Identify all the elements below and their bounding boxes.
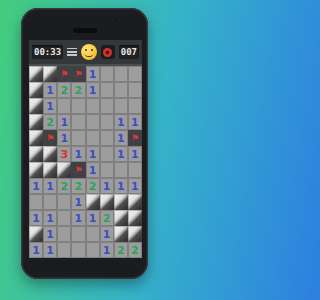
cell-r11c1[interactable] (29, 226, 43, 242)
cell-r9c2[interactable] (43, 194, 57, 210)
cell-r9c1[interactable] (29, 194, 43, 210)
cell-r5c2[interactable]: ⚑ (43, 130, 57, 146)
cell-r7c4[interactable]: ⚑ (71, 162, 85, 178)
cell-r4c2[interactable]: 2 (43, 114, 57, 130)
cell-r6c8[interactable]: 1 (128, 146, 142, 162)
cell-r1c7[interactable] (114, 66, 128, 82)
cell-r2c6[interactable] (100, 82, 114, 98)
cell-r3c1[interactable] (29, 98, 43, 114)
cell-r5c5[interactable] (86, 130, 100, 146)
cell-r1c1[interactable] (29, 66, 43, 82)
cell-r4c8[interactable]: 1 (128, 114, 142, 130)
speaker-grille (73, 28, 97, 33)
cell-r6c2[interactable] (43, 146, 57, 162)
cell-r1c8[interactable] (128, 66, 142, 82)
desktop-background: { "game": "minesweeper", "hud": { "timer… (0, 0, 168, 300)
cell-r7c3[interactable] (57, 162, 71, 178)
cell-r9c6[interactable] (100, 194, 114, 210)
cell-r2c8[interactable] (128, 82, 142, 98)
cell-r10c4[interactable]: 1 (71, 210, 85, 226)
cell-r11c8[interactable] (128, 226, 142, 242)
flag-icon: ⚑ (74, 70, 82, 79)
cell-r5c1[interactable] (29, 130, 43, 146)
cell-r6c1[interactable] (29, 146, 43, 162)
cell-r3c4[interactable] (71, 98, 85, 114)
timer-display: 00:33 (32, 45, 63, 59)
cell-r12c7[interactable]: 2 (114, 242, 128, 258)
cell-r8c6[interactable]: 1 (100, 178, 114, 194)
cell-r3c6[interactable] (100, 98, 114, 114)
cell-r3c3[interactable] (57, 98, 71, 114)
cell-r11c3[interactable] (57, 226, 71, 242)
cell-r6c5[interactable]: 1 (86, 146, 100, 162)
cell-r1c2[interactable] (43, 66, 57, 82)
cell-r3c5[interactable] (86, 98, 100, 114)
cell-r5c8[interactable]: ⚑ (128, 130, 142, 146)
cell-r2c4[interactable]: 2 (71, 82, 85, 98)
cell-r9c4[interactable]: 1 (71, 194, 85, 210)
cell-r12c4[interactable] (71, 242, 85, 258)
cell-r2c1[interactable] (29, 82, 43, 98)
cell-r4c7[interactable]: 1 (114, 114, 128, 130)
cell-r4c3[interactable]: 1 (57, 114, 71, 130)
cell-r8c4[interactable]: 2 (71, 178, 85, 194)
flag-icon: ⚑ (60, 70, 68, 79)
cell-r4c1[interactable] (29, 114, 43, 130)
cell-r10c2[interactable]: 1 (43, 210, 57, 226)
cell-r8c8[interactable]: 1 (128, 178, 142, 194)
cell-r10c5[interactable]: 1 (86, 210, 100, 226)
cell-r2c3[interactable]: 2 (57, 82, 71, 98)
mine-counter-display: 007 (119, 45, 139, 59)
cell-r3c7[interactable] (114, 98, 128, 114)
cell-r9c8[interactable] (128, 194, 142, 210)
cell-r10c8[interactable] (128, 210, 142, 226)
flag-icon: ⚑ (74, 166, 82, 175)
smiley-face-button[interactable] (81, 44, 97, 60)
cell-r2c2[interactable]: 1 (43, 82, 57, 98)
cell-r7c8[interactable] (128, 162, 142, 178)
phone-frame: 00:33 007 ⚑⚑1122112111⚑11⚑31111⚑11122211… (21, 8, 148, 279)
cell-r8c1[interactable]: 1 (29, 178, 43, 194)
flag-icon: ⚑ (131, 134, 139, 143)
cell-r4c5[interactable] (86, 114, 100, 130)
cell-r1c5[interactable]: 1 (86, 66, 100, 82)
cell-r12c8[interactable]: 2 (128, 242, 142, 258)
cell-r10c3[interactable] (57, 210, 71, 226)
cell-r7c5[interactable]: 1 (86, 162, 100, 178)
cell-r12c3[interactable] (57, 242, 71, 258)
minesweeper-board: ⚑⚑1122112111⚑11⚑31111⚑111222111111112111… (29, 64, 142, 258)
cell-r12c5[interactable] (86, 242, 100, 258)
flag-icon: ⚑ (46, 134, 54, 143)
cell-r11c7[interactable] (114, 226, 128, 242)
cell-r10c7[interactable] (114, 210, 128, 226)
game-hud: 00:33 007 (29, 40, 142, 64)
cell-r6c7[interactable]: 1 (114, 146, 128, 162)
cell-r2c5[interactable]: 1 (86, 82, 100, 98)
cell-r11c4[interactable] (71, 226, 85, 242)
cell-r5c4[interactable] (71, 130, 85, 146)
cell-r11c5[interactable] (86, 226, 100, 242)
camera-dot (113, 18, 118, 23)
menu-icon[interactable] (67, 48, 77, 56)
cell-r6c6[interactable] (100, 146, 114, 162)
cell-r7c2[interactable] (43, 162, 57, 178)
cell-r8c5[interactable]: 2 (86, 178, 100, 194)
mine-icon (103, 48, 112, 57)
cell-r9c7[interactable] (114, 194, 128, 210)
cell-r7c7[interactable] (114, 162, 128, 178)
cell-r8c3[interactable]: 2 (57, 178, 71, 194)
cell-r9c5[interactable] (86, 194, 100, 210)
cell-r10c1[interactable]: 1 (29, 210, 43, 226)
cell-r3c8[interactable] (128, 98, 142, 114)
cell-r11c2[interactable]: 1 (43, 226, 57, 242)
cell-r7c1[interactable] (29, 162, 43, 178)
cell-r10c6[interactable]: 2 (100, 210, 114, 226)
cell-r8c7[interactable]: 1 (114, 178, 128, 194)
cell-r1c6[interactable] (100, 66, 114, 82)
mine-mode-button[interactable] (101, 45, 115, 59)
cell-r12c6[interactable]: 1 (100, 242, 114, 258)
cell-r1c4[interactable]: ⚑ (71, 66, 85, 82)
cell-r3c2[interactable]: 1 (43, 98, 57, 114)
cell-r1c3[interactable]: ⚑ (57, 66, 71, 82)
cell-r12c2[interactable]: 1 (43, 242, 57, 258)
cell-r7c6[interactable] (100, 162, 114, 178)
cell-r9c3[interactable] (57, 194, 71, 210)
cell-r5c7[interactable]: 1 (114, 130, 128, 146)
cell-r11c6[interactable]: 1 (100, 226, 114, 242)
cell-r5c6[interactable] (100, 130, 114, 146)
cell-r12c1[interactable]: 1 (29, 242, 43, 258)
cell-r6c4[interactable]: 1 (71, 146, 85, 162)
cell-r4c6[interactable] (100, 114, 114, 130)
cell-r6c3[interactable]: 3 (57, 146, 71, 162)
cell-r5c3[interactable]: 1 (57, 130, 71, 146)
cell-r8c2[interactable]: 1 (43, 178, 57, 194)
cell-r4c4[interactable] (71, 114, 85, 130)
cell-r2c7[interactable] (114, 82, 128, 98)
minesweeper-screen: 00:33 007 ⚑⚑1122112111⚑11⚑31111⚑11122211… (29, 40, 142, 258)
